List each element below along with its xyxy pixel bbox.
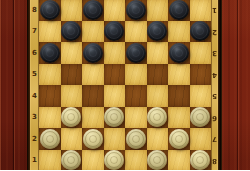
left-rank-labels: 87654321 [30,0,39,170]
rank-label-right-5: 5 [211,85,218,107]
square-r6c6[interactable] [147,42,169,64]
square-r2c3[interactable] [82,128,104,150]
dark-checker[interactable] [83,43,103,63]
light-checker[interactable] [104,150,124,170]
square-r7c5[interactable] [125,21,147,43]
dark-checker[interactable] [169,0,189,20]
rank-label-right-3: 3 [211,42,218,64]
square-r4c4[interactable] [104,85,126,107]
square-r6c7[interactable] [168,42,190,64]
rank-label-left-6: 6 [30,42,39,64]
rank-label-left-3: 3 [30,107,39,129]
dark-checker[interactable] [104,21,124,41]
rank-label-left-8: 8 [30,0,39,21]
rank-label-right-1: 1 [211,0,218,21]
square-r6c1[interactable] [39,42,61,64]
square-r1c8[interactable] [190,150,212,171]
rank-label-left-2: 2 [30,128,39,150]
square-r8c2[interactable] [61,0,83,21]
square-r4c8[interactable] [190,85,212,107]
square-r2c7[interactable] [168,128,190,150]
right-rank-labels: 12345678 [211,0,218,170]
square-r8c3[interactable] [82,0,104,21]
square-r8c4[interactable] [104,0,126,21]
square-r2c8[interactable] [190,128,212,150]
rank-label-right-4: 4 [211,64,218,86]
square-r5c1[interactable] [39,64,61,86]
square-r3c7[interactable] [168,107,190,129]
square-r3c4[interactable] [104,107,126,129]
square-r2c2[interactable] [61,128,83,150]
square-r8c6[interactable] [147,0,169,21]
dark-checker[interactable] [83,0,103,20]
square-r6c4[interactable] [104,42,126,64]
light-checker[interactable] [147,150,167,170]
dark-checker[interactable] [40,43,60,63]
square-r2c6[interactable] [147,128,169,150]
square-r3c6[interactable] [147,107,169,129]
light-checker[interactable] [126,129,146,149]
light-checker[interactable] [61,107,81,127]
square-r5c7[interactable] [168,64,190,86]
square-r6c2[interactable] [61,42,83,64]
dark-checker[interactable] [169,43,189,63]
checkers-board: 87654321 12345678 [27,0,222,170]
table-background: 87654321 12345678 [0,0,250,170]
dark-checker[interactable] [40,0,60,20]
square-r8c1[interactable] [39,0,61,21]
square-r7c1[interactable] [39,21,61,43]
square-r7c7[interactable] [168,21,190,43]
board-frame-right [218,0,222,170]
square-r4c3[interactable] [82,85,104,107]
square-r4c6[interactable] [147,85,169,107]
square-r4c7[interactable] [168,85,190,107]
square-r3c8[interactable] [190,107,212,129]
rank-label-right-7: 7 [211,128,218,150]
square-r7c3[interactable] [82,21,104,43]
square-r3c3[interactable] [82,107,104,129]
square-r6c5[interactable] [125,42,147,64]
dark-checker[interactable] [126,0,146,20]
rank-label-left-4: 4 [30,85,39,107]
square-r1c2[interactable] [61,150,83,171]
square-r1c4[interactable] [104,150,126,171]
board-grid [39,0,211,170]
square-r7c2[interactable] [61,21,83,43]
dark-checker[interactable] [147,21,167,41]
square-r7c4[interactable] [104,21,126,43]
light-checker[interactable] [61,150,81,170]
rank-label-left-1: 1 [30,150,39,171]
light-checker[interactable] [169,129,189,149]
square-r8c7[interactable] [168,0,190,21]
light-checker[interactable] [40,129,60,149]
dark-checker[interactable] [190,21,210,41]
square-r5c3[interactable] [82,64,104,86]
dark-checker[interactable] [126,43,146,63]
square-r6c3[interactable] [82,42,104,64]
rank-label-left-5: 5 [30,64,39,86]
square-r4c5[interactable] [125,85,147,107]
dark-checker[interactable] [61,21,81,41]
square-r2c1[interactable] [39,128,61,150]
square-r5c8[interactable] [190,64,212,86]
square-r7c6[interactable] [147,21,169,43]
square-r5c4[interactable] [104,64,126,86]
light-checker[interactable] [190,107,210,127]
square-r4c2[interactable] [61,85,83,107]
light-checker[interactable] [147,107,167,127]
rank-label-right-6: 6 [211,107,218,129]
square-r2c5[interactable] [125,128,147,150]
square-r8c5[interactable] [125,0,147,21]
square-r2c4[interactable] [104,128,126,150]
square-r3c1[interactable] [39,107,61,129]
light-checker[interactable] [190,150,210,170]
rank-label-right-2: 2 [211,21,218,43]
square-r1c3[interactable] [82,150,104,171]
square-r6c8[interactable] [190,42,212,64]
square-r8c8[interactable] [190,0,212,21]
rank-label-left-7: 7 [30,21,39,43]
square-r4c1[interactable] [39,85,61,107]
light-checker[interactable] [104,107,124,127]
square-r3c2[interactable] [61,107,83,129]
square-r1c5[interactable] [125,150,147,171]
square-r1c1[interactable] [39,150,61,171]
rank-label-right-8: 8 [211,150,218,171]
square-r5c2[interactable] [61,64,83,86]
light-checker[interactable] [83,129,103,149]
square-r1c6[interactable] [147,150,169,171]
square-r1c7[interactable] [168,150,190,171]
square-r3c5[interactable] [125,107,147,129]
square-r5c5[interactable] [125,64,147,86]
square-r5c6[interactable] [147,64,169,86]
square-r7c8[interactable] [190,21,212,43]
